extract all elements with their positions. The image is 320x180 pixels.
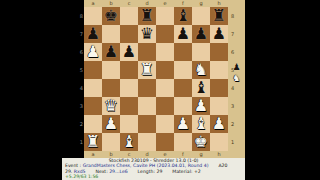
black-pawn-g7: ♟ — [194, 25, 208, 43]
square-h4[interactable] — [210, 79, 228, 97]
black-rook-h8: ♜ — [212, 7, 226, 25]
black-bishop-g4: ♝ — [194, 79, 208, 97]
square-a3[interactable] — [84, 97, 102, 115]
square-f6[interactable] — [174, 43, 192, 61]
coord-label-7: 7 — [76, 25, 83, 43]
square-g7[interactable]: ♟ — [192, 25, 210, 43]
square-b8[interactable]: ♚ — [102, 7, 120, 25]
coord-label-2: 2 — [228, 115, 245, 133]
square-h6[interactable] — [210, 43, 228, 61]
square-f2[interactable]: ♟ — [174, 115, 192, 133]
coord-label-4: 4 — [76, 79, 83, 97]
length-value: 29 — [156, 169, 162, 174]
square-a4[interactable] — [84, 79, 102, 97]
engine-eval-text: +5.29/63 1:56 — [65, 174, 98, 179]
next-label: Next: — [95, 169, 107, 174]
white-queen-b3: ♛ — [104, 97, 118, 115]
square-g6[interactable] — [192, 43, 210, 61]
square-f8[interactable]: ♝ — [174, 7, 192, 25]
square-d8[interactable]: ♜ — [138, 7, 156, 25]
last-move-number: 29. — [65, 169, 72, 174]
coord-label-8: 8 — [228, 7, 245, 25]
square-g5[interactable]: ♞ — [192, 61, 210, 79]
coord-label-6: 6 — [228, 43, 245, 61]
square-f5[interactable] — [174, 61, 192, 79]
square-b5[interactable] — [102, 61, 120, 79]
black-queen-d7: ♛ — [140, 25, 154, 43]
square-c6[interactable]: ♟ — [120, 43, 138, 61]
coord-label-g: g — [192, 151, 210, 158]
white-rook-d5: ♜ — [140, 61, 154, 79]
square-e1[interactable] — [156, 133, 174, 151]
square-d2[interactable] — [138, 115, 156, 133]
coord-label-7: 7 — [228, 25, 245, 43]
coord-label-f: f — [174, 151, 192, 158]
square-c5[interactable] — [120, 61, 138, 79]
coord-label-1: 1 — [228, 133, 245, 151]
captured-material-tray: ♟ ♞ — [229, 62, 244, 92]
material-value: +2 — [194, 169, 201, 174]
square-f1[interactable] — [174, 133, 192, 151]
white-king-g1: ♚ — [194, 133, 208, 151]
square-f7[interactable]: ♟ — [174, 25, 192, 43]
coord-label-h: h — [210, 151, 228, 158]
coord-label-b: b — [102, 151, 120, 158]
square-a7[interactable]: ♟ — [84, 25, 102, 43]
white-bishop-g2: ♝ — [194, 115, 208, 133]
square-b7[interactable] — [102, 25, 120, 43]
coord-label-1: 1 — [76, 133, 83, 151]
coord-label-e: e — [156, 151, 174, 158]
coord-label-8: 8 — [76, 7, 83, 25]
coord-label-a: a — [84, 0, 102, 7]
square-a5[interactable] — [84, 61, 102, 79]
coord-label-g: g — [192, 0, 210, 7]
file-labels-bottom: abcdefgh — [84, 151, 228, 158]
coord-label-c: c — [120, 151, 138, 158]
eco-code: A20 — [218, 163, 227, 168]
black-pawn-f7: ♟ — [176, 25, 190, 43]
coord-label-3: 3 — [228, 97, 245, 115]
square-d6[interactable] — [138, 43, 156, 61]
square-b3[interactable]: ♛ — [102, 97, 120, 115]
white-rook-a1: ♜ — [86, 133, 100, 151]
white-bishop-c1: ♝ — [122, 133, 136, 151]
square-h2[interactable]: ♟ — [210, 115, 228, 133]
square-a1[interactable]: ♜ — [84, 133, 102, 151]
event-value: GrandMasters Chess, Cavite PH (2023.04.0… — [83, 163, 209, 168]
white-knight-g5: ♞ — [194, 61, 208, 79]
black-rook-d8: ♜ — [140, 7, 154, 25]
square-d7[interactable]: ♛ — [138, 25, 156, 43]
square-e4[interactable] — [156, 79, 174, 97]
square-h3[interactable] — [210, 97, 228, 115]
square-b2[interactable]: ♟ — [102, 115, 120, 133]
square-a2[interactable] — [84, 115, 102, 133]
square-f3[interactable] — [174, 97, 192, 115]
square-b6[interactable]: ♟ — [102, 43, 120, 61]
square-d4[interactable] — [138, 79, 156, 97]
square-h5[interactable] — [210, 61, 228, 79]
coord-label-c: c — [120, 0, 138, 7]
coord-label-e: e — [156, 0, 174, 7]
square-c7[interactable] — [120, 25, 138, 43]
square-c8[interactable] — [120, 7, 138, 25]
square-g2[interactable]: ♝ — [192, 115, 210, 133]
square-c3[interactable] — [120, 97, 138, 115]
white-pawn-a6: ♟ — [86, 43, 100, 61]
coord-label-5: 5 — [76, 61, 83, 79]
engine-eval-line: +5.29/63 1:56 — [62, 174, 245, 179]
black-bishop-f8: ♝ — [176, 7, 190, 25]
black-pawn-a7: ♟ — [86, 25, 100, 43]
black-king-b8: ♚ — [104, 7, 118, 25]
square-h7[interactable]: ♟ — [210, 25, 228, 43]
square-d5[interactable]: ♜ — [138, 61, 156, 79]
square-c4[interactable] — [120, 79, 138, 97]
chess-gui-frame: abcdefgh 87654321 ♚♜♝♜♟♛♟♟♟♟♟♟♜♞♝♛♟♟♟♝♟♜… — [62, 0, 245, 180]
square-h8[interactable]: ♜ — [210, 7, 228, 25]
length-label: Length: — [138, 169, 155, 174]
chess-board: ♚♜♝♜♟♛♟♟♟♟♟♟♜♞♝♛♟♟♟♝♟♜♝♚ — [84, 7, 228, 151]
square-b1[interactable] — [102, 133, 120, 151]
white-pawn-b2: ♟ — [104, 115, 118, 133]
square-b4[interactable] — [102, 79, 120, 97]
square-e5[interactable] — [156, 61, 174, 79]
video-frame: abcdefgh 87654321 ♚♜♝♜♟♛♟♟♟♟♟♟♜♞♝♛♟♟♟♝♟♜… — [0, 0, 320, 180]
last-move: Rxd5 — [74, 169, 86, 174]
white-pawn-h2: ♟ — [212, 115, 226, 133]
bottom-coordinate-strip: abcdefgh — [84, 151, 245, 158]
square-c2[interactable] — [120, 115, 138, 133]
coord-label-a: a — [84, 151, 102, 158]
coord-label-d: d — [138, 151, 156, 158]
square-a8[interactable] — [84, 7, 102, 25]
square-g1[interactable]: ♚ — [192, 133, 210, 151]
game-info-panel: Stockfish 230109 - Shredder 13.0 (1-0) E… — [62, 158, 245, 180]
square-g8[interactable] — [192, 7, 210, 25]
square-e8[interactable] — [156, 7, 174, 25]
square-d1[interactable] — [138, 133, 156, 151]
square-g4[interactable]: ♝ — [192, 79, 210, 97]
square-f4[interactable] — [174, 79, 192, 97]
coord-label-3: 3 — [76, 97, 83, 115]
black-pawn-material-icon: ♟ — [232, 62, 240, 73]
match-title-text: Stockfish 230109 - Shredder 13.0 (1-0) — [109, 158, 199, 163]
square-d3[interactable] — [138, 97, 156, 115]
square-e7[interactable] — [156, 25, 174, 43]
coord-label-2: 2 — [76, 115, 83, 133]
coord-label-6: 6 — [76, 43, 83, 61]
square-e2[interactable] — [156, 115, 174, 133]
white-pawn-g3: ♟ — [194, 97, 208, 115]
white-knight-material-icon: ♞ — [232, 73, 240, 84]
square-g3[interactable]: ♟ — [192, 97, 210, 115]
square-e6[interactable] — [156, 43, 174, 61]
black-pawn-h7: ♟ — [212, 25, 226, 43]
next-move: 29...Le6 — [109, 169, 127, 174]
material-label: Material: — [172, 169, 192, 174]
square-h1[interactable] — [210, 133, 228, 151]
square-a6[interactable]: ♟ — [84, 43, 102, 61]
square-e3[interactable] — [156, 97, 174, 115]
black-pawn-b6: ♟ — [104, 43, 118, 61]
event-label: Event : — [65, 163, 81, 168]
square-c1[interactable]: ♝ — [120, 133, 138, 151]
white-pawn-f2: ♟ — [176, 115, 190, 133]
rank-labels-left: 87654321 — [76, 7, 83, 151]
black-pawn-c6: ♟ — [122, 43, 136, 61]
